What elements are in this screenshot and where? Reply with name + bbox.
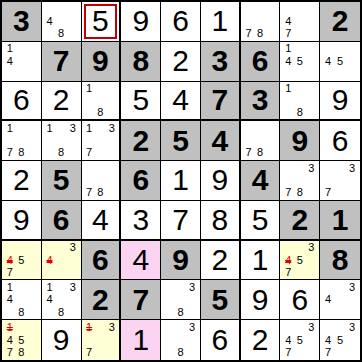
eliminated-candidate-4: 4	[44, 254, 56, 266]
pencil-marks: 18	[280, 82, 319, 120]
eliminated-candidate-4: 4	[282, 254, 294, 266]
pencil-marks: 78	[241, 121, 280, 160]
cell-r7c1[interactable]: 457	[2, 241, 42, 281]
cell-r1c2[interactable]: 48	[42, 2, 82, 42]
solved-digit: 6	[332, 126, 349, 156]
cell-r3c2[interactable]: 2	[42, 82, 82, 122]
cell-r7c3[interactable]: 6	[82, 241, 122, 281]
candidate-5: 5	[16, 254, 28, 266]
empty-slot	[55, 122, 67, 134]
empty-slot	[175, 321, 187, 334]
empty-slot	[306, 187, 318, 199]
empty-slot	[84, 334, 95, 347]
pencil-marks: 47	[280, 2, 319, 41]
cell-r2c5[interactable]: 2	[161, 42, 201, 82]
empty-slot	[306, 266, 318, 278]
candidate-8: 8	[95, 106, 106, 118]
cell-r5c9[interactable]: 37	[320, 161, 360, 201]
candidate-5: 5	[334, 55, 346, 67]
cell-r7c5[interactable]: 9	[161, 241, 201, 281]
cell-r1c9[interactable]: 2	[320, 2, 360, 42]
candidate-5: 5	[294, 334, 306, 347]
empty-slot	[346, 306, 358, 318]
given-digit: 7	[53, 46, 70, 76]
given-digit: 2	[92, 285, 109, 315]
cell-r5c4[interactable]: 6	[121, 161, 161, 201]
cell-r1c5[interactable]: 6	[161, 2, 201, 42]
pencil-marks: 38	[161, 320, 200, 360]
empty-slot	[4, 242, 16, 254]
empty-slot	[306, 43, 318, 55]
cell-r2c6[interactable]: 3	[201, 42, 241, 82]
cell-r8c8[interactable]: 6	[280, 280, 320, 320]
cell-r2c4[interactable]: 8	[121, 42, 161, 82]
empty-slot	[346, 187, 358, 199]
cell-r3c1[interactable]: 6	[2, 82, 42, 122]
empty-slot	[95, 122, 106, 134]
empty-slot	[4, 306, 16, 318]
empty-slot	[322, 321, 334, 334]
pencil-marks: 34	[42, 241, 81, 280]
candidate-7: 7	[243, 147, 255, 159]
empty-slot	[186, 294, 198, 306]
given-digit: 8	[132, 46, 149, 76]
cell-r9c8[interactable]: 3457	[280, 320, 320, 360]
empty-slot	[346, 334, 358, 347]
solved-digit: 5	[132, 85, 149, 115]
cell-r5c2[interactable]: 5	[42, 161, 82, 201]
cell-r4c3[interactable]: 137	[82, 121, 122, 161]
given-digit: 3	[211, 46, 228, 76]
empty-slot	[84, 106, 95, 118]
solved-digit: 1	[252, 245, 269, 275]
empty-slot	[4, 67, 16, 79]
empty-slot	[95, 135, 106, 147]
empty-slot	[67, 266, 79, 278]
cell-r2c9[interactable]: 45	[320, 42, 360, 82]
empty-slot	[186, 346, 198, 359]
candidate-5: 5	[334, 334, 346, 347]
given-digit: 4	[211, 126, 228, 156]
given-digit: 5	[172, 126, 189, 156]
cell-r2c8[interactable]: 145	[280, 42, 320, 82]
pencil-marks: 34	[320, 280, 360, 319]
solved-digit: 5	[252, 205, 269, 235]
solved-digit: 6	[211, 325, 228, 355]
cell-r9c6[interactable]: 6	[201, 320, 241, 360]
pencil-marks: 3457	[320, 320, 360, 360]
candidate-4: 4	[282, 334, 294, 347]
candidate-7: 7	[322, 187, 334, 199]
empty-slot	[67, 147, 79, 159]
empty-slot	[106, 83, 117, 95]
empty-slot	[55, 3, 67, 15]
empty-slot	[55, 15, 67, 27]
empty-slot	[254, 15, 266, 27]
empty-slot	[294, 3, 306, 15]
candidate-7: 7	[84, 147, 95, 159]
empty-slot	[346, 174, 358, 186]
cell-r1c4[interactable]: 9	[121, 2, 161, 42]
cell-r6c1[interactable]: 9	[2, 201, 42, 241]
eliminated-candidate-1: 1	[84, 321, 95, 334]
empty-slot	[294, 67, 306, 79]
candidate-1: 1	[4, 43, 16, 55]
candidate-8: 8	[16, 306, 28, 318]
cell-r8c5[interactable]: 38	[161, 280, 201, 320]
candidate-7: 7	[4, 147, 16, 159]
candidate-1: 1	[44, 281, 56, 293]
cell-r3c5[interactable]: 4	[161, 82, 201, 122]
empty-slot	[163, 321, 175, 334]
cell-r5c8[interactable]: 378	[280, 161, 320, 201]
candidate-8: 8	[55, 147, 67, 159]
given-digit: 5	[211, 285, 228, 315]
eliminated-candidate-1: 1	[4, 321, 16, 334]
candidate-4: 4	[4, 334, 16, 347]
cell-r6c9[interactable]: 1	[320, 201, 360, 241]
cell-r4c6[interactable]: 4	[201, 121, 241, 161]
cell-r8c9[interactable]: 34	[320, 280, 360, 320]
candidate-4: 4	[44, 294, 56, 306]
empty-slot	[334, 346, 346, 359]
empty-slot	[27, 242, 39, 254]
cell-r4c7[interactable]: 78	[241, 121, 281, 161]
cell-r9c1[interactable]: 14578	[2, 320, 42, 360]
empty-slot	[95, 162, 106, 174]
pencil-marks: 78	[82, 161, 120, 200]
empty-slot	[163, 334, 175, 347]
empty-slot	[294, 266, 306, 278]
empty-slot	[346, 294, 358, 306]
cell-r4c1[interactable]: 178	[2, 121, 42, 161]
candidate-3: 3	[186, 281, 198, 293]
empty-slot	[16, 294, 28, 306]
candidate-7: 7	[282, 346, 294, 359]
sudoku-board: 3485961784721479823614545621854731891781…	[0, 0, 362, 362]
candidate-4: 4	[322, 334, 334, 347]
empty-slot	[243, 135, 255, 147]
empty-slot	[95, 346, 106, 359]
cell-r7c6[interactable]: 2	[201, 241, 241, 281]
cell-r5c1[interactable]: 2	[2, 161, 42, 201]
empty-slot	[306, 83, 318, 95]
cell-r4c8[interactable]: 9	[280, 121, 320, 161]
cell-r7c4[interactable]: 4	[121, 241, 161, 281]
empty-slot	[266, 147, 278, 159]
candidate-3: 3	[306, 242, 318, 254]
cell-r5c6[interactable]: 9	[201, 161, 241, 201]
solved-digit: 4	[172, 85, 189, 115]
empty-slot	[84, 135, 95, 147]
empty-slot	[95, 147, 106, 159]
cell-r6c2[interactable]: 6	[42, 201, 82, 241]
cell-r1c3[interactable]: 5	[82, 2, 122, 42]
empty-slot	[322, 306, 334, 318]
solved-digit: 3	[132, 205, 149, 235]
candidate-4: 4	[282, 55, 294, 67]
cell-r7c8[interactable]: 3457	[280, 241, 320, 281]
cell-r5c3[interactable]: 78	[82, 161, 122, 201]
solved-digit: 1	[211, 6, 228, 36]
candidate-3: 3	[306, 321, 318, 334]
pencil-marks: 45	[320, 42, 360, 81]
candidate-7: 7	[84, 187, 95, 199]
cell-r3c7[interactable]: 3	[241, 82, 281, 122]
solved-digit: 6	[291, 285, 308, 315]
empty-slot	[16, 321, 28, 334]
given-digit: 2	[291, 205, 308, 235]
empty-slot	[163, 294, 175, 306]
candidate-7: 7	[4, 266, 16, 278]
empty-slot	[294, 174, 306, 186]
empty-slot	[27, 122, 39, 134]
given-digit: 7	[211, 85, 228, 115]
candidate-1: 1	[282, 43, 294, 55]
candidate-4: 4	[282, 15, 294, 27]
cell-r2c3[interactable]: 9	[82, 42, 122, 82]
cell-r3c3[interactable]: 18	[82, 82, 122, 122]
empty-slot	[254, 135, 266, 147]
cell-r4c4[interactable]: 2	[121, 121, 161, 161]
given-digit: 9	[172, 245, 189, 275]
empty-slot	[334, 162, 346, 174]
cell-r6c7[interactable]: 5	[241, 201, 281, 241]
candidate-3: 3	[346, 281, 358, 293]
candidate-4: 4	[44, 15, 56, 27]
cell-r2c2[interactable]: 7	[42, 42, 82, 82]
empty-slot	[334, 306, 346, 318]
empty-slot	[16, 281, 28, 293]
cell-r8c3[interactable]: 2	[82, 280, 122, 320]
cell-r3c6[interactable]: 7	[201, 82, 241, 122]
pencil-marks: 178	[2, 121, 41, 160]
empty-slot	[294, 346, 306, 359]
solved-digit: 9	[332, 85, 349, 115]
pencil-marks: 38	[161, 280, 200, 319]
empty-slot	[55, 294, 67, 306]
candidate-5: 5	[294, 55, 306, 67]
solved-digit: 2	[211, 245, 228, 275]
empty-slot	[282, 94, 294, 106]
cell-r2c1[interactable]: 14	[2, 42, 42, 82]
empty-slot	[322, 281, 334, 293]
solved-digit: 9	[252, 285, 269, 315]
empty-slot	[27, 67, 39, 79]
pencil-marks: 378	[280, 161, 319, 200]
empty-slot	[334, 321, 346, 334]
empty-slot	[175, 281, 187, 293]
pencil-marks: 137	[82, 320, 120, 360]
empty-slot	[95, 334, 106, 347]
cell-r1c7[interactable]: 78	[241, 2, 281, 42]
empty-slot	[175, 294, 187, 306]
empty-slot	[346, 346, 358, 359]
empty-slot	[334, 187, 346, 199]
candidate-1: 1	[4, 281, 16, 293]
cell-r8c1[interactable]: 148	[2, 280, 42, 320]
empty-slot	[294, 242, 306, 254]
pencil-marks: 37	[320, 161, 360, 200]
solved-digit: 1	[172, 165, 189, 195]
candidate-3: 3	[67, 281, 79, 293]
empty-slot	[306, 346, 318, 359]
empty-slot	[186, 306, 198, 318]
candidate-3: 3	[186, 321, 198, 334]
solved-digit: 2	[13, 165, 30, 195]
empty-slot	[44, 242, 56, 254]
candidate-8: 8	[55, 306, 67, 318]
cell-r5c5[interactable]: 1	[161, 161, 201, 201]
empty-slot	[84, 174, 95, 186]
empty-slot	[346, 43, 358, 55]
pencil-marks: 457	[2, 241, 41, 280]
given-digit: 9	[92, 46, 109, 76]
cell-r8c7[interactable]: 9	[241, 280, 281, 320]
empty-slot	[44, 28, 56, 40]
solved-digit: 8	[211, 205, 228, 235]
cell-r2c7[interactable]: 6	[241, 42, 281, 82]
empty-slot	[334, 294, 346, 306]
cell-r7c7[interactable]: 1	[241, 241, 281, 281]
cell-r7c9[interactable]: 8	[320, 241, 360, 281]
pencil-marks: 18	[82, 82, 120, 120]
empty-slot	[95, 94, 106, 106]
empty-slot	[16, 135, 28, 147]
empty-slot	[282, 242, 294, 254]
cell-r9c2[interactable]: 9	[42, 320, 82, 360]
empty-slot	[294, 28, 306, 40]
candidate-4: 4	[4, 55, 16, 67]
given-digit: 6	[132, 165, 149, 195]
solved-digit: 6	[13, 85, 30, 115]
empty-slot	[306, 174, 318, 186]
empty-slot	[106, 94, 117, 106]
empty-slot	[294, 162, 306, 174]
cell-r4c5[interactable]: 5	[161, 121, 201, 161]
empty-slot	[44, 3, 56, 15]
empty-slot	[16, 67, 28, 79]
empty-slot	[84, 162, 95, 174]
empty-slot	[106, 162, 117, 174]
given-digit: 7	[132, 285, 149, 315]
empty-slot	[282, 162, 294, 174]
pencil-marks: 137	[82, 121, 120, 160]
cell-r6c8[interactable]: 2	[280, 201, 320, 241]
cell-r6c6[interactable]: 8	[201, 201, 241, 241]
cell-r1c6[interactable]: 1	[201, 2, 241, 42]
cell-r6c3[interactable]: 4	[82, 201, 122, 241]
empty-slot	[243, 15, 255, 27]
empty-slot	[27, 135, 39, 147]
given-digit: 3	[13, 6, 30, 36]
solved-digit: 9	[132, 6, 149, 36]
cell-r8c2[interactable]: 1348	[42, 280, 82, 320]
empty-slot	[266, 28, 278, 40]
pencil-marks: 78	[241, 2, 280, 41]
empty-slot	[175, 334, 187, 347]
pencil-marks: 1348	[42, 280, 81, 319]
candidate-8: 8	[294, 106, 306, 118]
empty-slot	[67, 28, 79, 40]
cell-r7c2[interactable]: 34	[42, 241, 82, 281]
empty-slot	[306, 94, 318, 106]
cell-r9c4[interactable]: 1	[121, 320, 161, 360]
empty-slot	[27, 334, 39, 347]
empty-slot	[55, 242, 67, 254]
empty-slot	[27, 43, 39, 55]
solved-digit: 5	[92, 6, 109, 36]
empty-slot	[16, 242, 28, 254]
candidate-4: 4	[4, 294, 16, 306]
empty-slot	[67, 15, 79, 27]
pencil-marks: 3457	[280, 320, 319, 360]
empty-slot	[306, 67, 318, 79]
cell-r9c9[interactable]: 3457	[320, 320, 360, 360]
cell-r9c3[interactable]: 137	[82, 320, 122, 360]
cell-r3c8[interactable]: 18	[280, 82, 320, 122]
candidate-7: 7	[84, 346, 95, 359]
empty-slot	[106, 187, 117, 199]
pencil-marks: 145	[280, 42, 319, 81]
candidate-7: 7	[282, 187, 294, 199]
candidate-3: 3	[306, 162, 318, 174]
given-digit: 6	[252, 46, 269, 76]
empty-slot	[266, 122, 278, 134]
cell-r3c9[interactable]: 9	[320, 82, 360, 122]
empty-slot	[27, 147, 39, 159]
empty-slot	[27, 55, 39, 67]
cell-r9c5[interactable]: 38	[161, 320, 201, 360]
empty-slot	[44, 147, 56, 159]
candidate-5: 5	[294, 254, 306, 266]
cell-r4c9[interactable]: 6	[320, 121, 360, 161]
cell-r6c5[interactable]: 7	[161, 201, 201, 241]
pencil-marks: 138	[42, 121, 81, 160]
cell-r6c4[interactable]: 3	[121, 201, 161, 241]
cell-r8c6[interactable]: 5	[201, 280, 241, 320]
empty-slot	[95, 321, 106, 334]
empty-slot	[55, 254, 67, 266]
solved-digit: 9	[13, 205, 30, 235]
cell-r1c1[interactable]: 3	[2, 2, 42, 42]
empty-slot	[346, 67, 358, 79]
cell-r5c7[interactable]: 4	[241, 161, 281, 201]
candidate-1: 1	[282, 83, 294, 95]
cell-r9c7[interactable]: 2	[241, 320, 281, 360]
empty-slot	[243, 3, 255, 15]
empty-slot	[322, 43, 334, 55]
empty-slot	[322, 162, 334, 174]
candidate-7: 7	[282, 266, 294, 278]
given-digit: 5	[53, 165, 70, 195]
cell-r1c8[interactable]: 47	[280, 2, 320, 42]
empty-slot	[27, 254, 39, 266]
empty-slot	[306, 3, 318, 15]
empty-slot	[44, 266, 56, 278]
cell-r8c4[interactable]: 7	[121, 280, 161, 320]
empty-slot	[254, 122, 266, 134]
empty-slot	[163, 306, 175, 318]
cell-r4c2[interactable]: 138	[42, 121, 82, 161]
empty-slot	[106, 174, 117, 186]
empty-slot	[27, 321, 39, 334]
empty-slot	[55, 266, 67, 278]
candidate-8: 8	[16, 346, 28, 359]
candidate-3: 3	[106, 122, 117, 134]
solved-digit: 9	[211, 165, 228, 195]
cell-r3c4[interactable]: 5	[121, 82, 161, 122]
